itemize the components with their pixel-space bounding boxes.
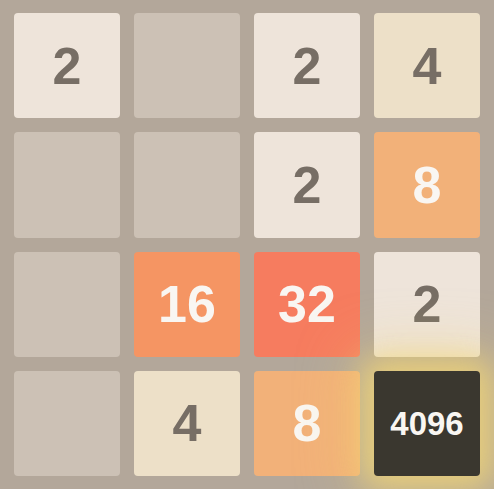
empty-cell xyxy=(134,13,240,118)
tile-2: 2 xyxy=(374,252,480,357)
empty-cell xyxy=(14,132,120,237)
tile-32: 32 xyxy=(254,252,360,357)
empty-cell xyxy=(134,132,240,237)
tile-4: 4 xyxy=(134,371,240,476)
empty-cell xyxy=(14,371,120,476)
tile-8: 8 xyxy=(254,371,360,476)
tile-2: 2 xyxy=(254,132,360,237)
tile-8: 8 xyxy=(374,132,480,237)
tile-16: 16 xyxy=(134,252,240,357)
tile-4096: 4096 xyxy=(374,371,480,476)
tile-2: 2 xyxy=(14,13,120,118)
tile-2: 2 xyxy=(254,13,360,118)
empty-cell xyxy=(14,252,120,357)
game-board[interactable]: 2242816322484096 xyxy=(0,0,494,489)
tile-4: 4 xyxy=(374,13,480,118)
